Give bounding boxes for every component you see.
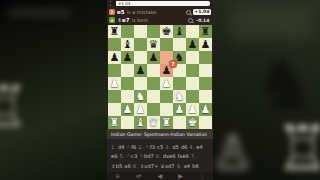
square-a1[interactable]: ♜ xyxy=(108,116,121,129)
piece-P[interactable]: ♟ xyxy=(173,103,186,116)
square-g7[interactable]: ♟ xyxy=(186,38,199,51)
move-token[interactable]: ♘f3 xyxy=(145,144,155,150)
move-number: 5. xyxy=(120,153,125,159)
square-a4[interactable]: ♟ xyxy=(108,77,121,90)
mistake-badge-icon: ? xyxy=(109,9,115,15)
square-c6[interactable] xyxy=(134,51,147,64)
move-list[interactable]: 1.d4♘f62.♘f3c53.d5d64.e4e65.♘c3♘bd76.dxe… xyxy=(107,139,213,172)
piece-b[interactable]: ♝ xyxy=(121,38,134,51)
piece-k[interactable]: ♚ xyxy=(160,25,173,38)
flip-board-icon[interactable]: ⇄ xyxy=(136,172,141,180)
move-token[interactable]: fxe6 xyxy=(177,153,188,159)
piece-N[interactable]: ♞ xyxy=(134,90,147,103)
move-token[interactable]: dxe6 xyxy=(163,153,176,159)
square-a2[interactable] xyxy=(108,103,121,116)
blur-smudge xyxy=(8,10,70,16)
more-icon[interactable]: ⋮ xyxy=(199,172,205,180)
move-token[interactable]: e4 xyxy=(196,144,203,150)
square-b4[interactable] xyxy=(121,77,134,90)
move-number: 3. xyxy=(165,144,170,150)
square-b1[interactable] xyxy=(121,116,134,129)
square-a3[interactable] xyxy=(108,90,121,103)
square-f2[interactable]: ♟ xyxy=(173,103,186,116)
piece-B[interactable]: ♝ xyxy=(134,116,147,129)
square-g2[interactable]: ♟ xyxy=(186,103,199,116)
square-d3[interactable] xyxy=(147,90,160,103)
square-a6[interactable]: ♟ xyxy=(108,51,121,64)
move-number: 7. xyxy=(191,153,196,159)
square-d2[interactable] xyxy=(147,103,160,116)
square-d4[interactable] xyxy=(147,77,160,90)
square-e4[interactable]: ♟ xyxy=(160,77,173,90)
square-h1[interactable] xyxy=(199,116,212,129)
square-d6[interactable]: ♟ xyxy=(147,51,160,64)
square-e2[interactable] xyxy=(160,103,173,116)
prev-move-icon[interactable]: ◀ xyxy=(157,172,162,180)
square-g6[interactable] xyxy=(186,51,199,64)
bottom-toolbar: ≡⇄◀▶⋮ xyxy=(107,172,213,180)
right-letterbox: ♞ ♖ ♙ xyxy=(213,0,320,180)
opening-name: Indian Game: Spielmann-Indian Variation xyxy=(107,132,207,137)
square-g3[interactable] xyxy=(186,90,199,103)
square-b5[interactable] xyxy=(121,64,134,77)
square-h5[interactable] xyxy=(199,64,212,77)
feedback-row-mistake[interactable]: ? e5 is a mistake +1.04 xyxy=(109,8,211,16)
eval-value: -0.14 xyxy=(195,18,211,23)
left-letterbox: ♖ xyxy=(0,0,107,180)
move-token[interactable]: d5 xyxy=(172,144,179,150)
eval-value: +1.04 xyxy=(193,9,211,15)
move-number: 4. xyxy=(189,144,194,150)
square-h2[interactable]: ♟ xyxy=(199,103,212,116)
best-move-badge-icon: ★ xyxy=(109,17,115,23)
piece-q[interactable]: ♛ xyxy=(147,38,160,51)
piece-R[interactable]: ♜ xyxy=(108,116,121,129)
move-token[interactable]: ♘bd7 xyxy=(139,153,154,159)
piece-Q[interactable]: ♛ xyxy=(147,116,160,129)
feedback-move: e5 xyxy=(117,9,125,15)
square-g5[interactable] xyxy=(186,64,199,77)
chess-board[interactable]: ♜♚♝♜♝♛♟♟♟♟♟♞♟♟♟♟♞♞♟♟♟♟♟♜♝♛♜♚ xyxy=(108,25,212,129)
background-rook-icon: ♖ xyxy=(275,118,320,180)
move-number: 2. xyxy=(138,144,143,150)
move-token[interactable]: c5 xyxy=(157,144,163,150)
square-f7[interactable] xyxy=(173,38,186,51)
square-c2[interactable]: ♟ xyxy=(134,103,147,116)
piece-P[interactable]: ♟ xyxy=(186,103,199,116)
next-move-icon[interactable]: ▶ xyxy=(178,172,183,180)
piece-P[interactable]: ♟ xyxy=(108,77,121,90)
feedback-comment: is a mistake xyxy=(127,9,186,15)
piece-p[interactable]: ♟ xyxy=(121,51,134,64)
move-token[interactable]: a6 xyxy=(124,163,130,169)
move-token[interactable]: d4 xyxy=(118,144,125,150)
square-b2[interactable]: ♟ xyxy=(121,103,134,116)
square-b3[interactable] xyxy=(121,90,134,103)
screenshot: ♖ ♞ ♖ ♙ +1.04 ? e5 is a mistake +1.04 ★ … xyxy=(0,0,320,180)
move-number: 6. xyxy=(156,153,161,159)
magnifier-icon[interactable] xyxy=(186,10,191,15)
move-token[interactable]: ♕xd7 xyxy=(160,163,174,169)
square-d8[interactable] xyxy=(147,25,160,38)
square-c7[interactable] xyxy=(134,38,147,51)
piece-b[interactable]: ♝ xyxy=(173,25,186,38)
square-b7[interactable]: ♝ xyxy=(121,38,134,51)
move-token[interactable]: ♗xd7+ xyxy=(140,163,159,169)
eval-gauge-black-segment xyxy=(110,1,116,6)
eval-gauge: +1.04 xyxy=(110,1,210,6)
square-c3[interactable]: ♞ xyxy=(134,90,147,103)
square-h3[interactable] xyxy=(199,90,212,103)
piece-r[interactable]: ♜ xyxy=(108,25,121,38)
square-c4[interactable] xyxy=(134,77,147,90)
move-token[interactable]: e6 xyxy=(111,153,118,159)
square-h8[interactable]: ♜ xyxy=(199,25,212,38)
blur-smudge xyxy=(231,6,311,40)
square-b8[interactable] xyxy=(121,25,134,38)
piece-K[interactable]: ♚ xyxy=(186,116,199,129)
square-d7[interactable]: ♛ xyxy=(147,38,160,51)
piece-p[interactable]: ♟ xyxy=(108,51,121,64)
piece-R[interactable]: ♜ xyxy=(160,116,173,129)
piece-r[interactable]: ♜ xyxy=(199,25,212,38)
square-f4[interactable] xyxy=(173,77,186,90)
move-token[interactable]: ♘f6 xyxy=(127,144,137,150)
square-a8[interactable]: ♜ xyxy=(108,25,121,38)
mistake-annotation-icon: ? xyxy=(169,60,177,68)
square-g8[interactable] xyxy=(186,25,199,38)
piece-P[interactable]: ♟ xyxy=(121,103,134,116)
piece-p[interactable]: ♟ xyxy=(186,38,199,51)
background-pawn-icon: ♙ xyxy=(213,128,254,176)
analysis-app: +1.04 ? e5 is a mistake +1.04 ★ ♗e7 is b… xyxy=(107,0,213,180)
square-g1[interactable]: ♚ xyxy=(186,116,199,129)
square-f3[interactable]: ♞ xyxy=(173,90,186,103)
square-c8[interactable] xyxy=(134,25,147,38)
square-f1[interactable] xyxy=(173,116,186,129)
magnifier-icon[interactable] xyxy=(188,18,193,23)
move-token[interactable]: b6 xyxy=(192,163,199,169)
square-e7[interactable] xyxy=(160,38,173,51)
piece-P[interactable]: ♟ xyxy=(199,103,212,116)
square-c1[interactable]: ♝ xyxy=(134,116,147,129)
piece-p[interactable]: ♟ xyxy=(134,64,147,77)
move-number: 1. xyxy=(111,144,116,150)
feedback-comment: is best xyxy=(132,17,188,23)
move-token[interactable]: a4 xyxy=(184,163,190,169)
square-h4[interactable] xyxy=(199,77,212,90)
square-h7[interactable]: ♟ xyxy=(199,38,212,51)
square-b6[interactable]: ♟ xyxy=(121,51,134,64)
square-a7[interactable] xyxy=(108,38,121,51)
piece-P[interactable]: ♟ xyxy=(160,77,173,90)
square-d5[interactable] xyxy=(147,64,160,77)
background-knight-icon: ♞ xyxy=(253,48,318,120)
square-e8[interactable]: ♚ xyxy=(160,25,173,38)
move-token[interactable]: ♘c3 xyxy=(126,153,137,159)
move-token[interactable]: ♗b5 xyxy=(111,163,122,169)
square-e3[interactable] xyxy=(160,90,173,103)
eval-gauge-label: +1.04 xyxy=(118,1,130,6)
opening-bar: Indian Game: Spielmann-Indian Variation xyxy=(107,129,213,139)
square-h6[interactable] xyxy=(199,51,212,64)
piece-P[interactable]: ♟ xyxy=(134,103,147,116)
square-f8[interactable]: ♝ xyxy=(173,25,186,38)
piece-N[interactable]: ♞ xyxy=(173,90,186,103)
move-token[interactable]: d6 xyxy=(181,144,188,150)
square-g4[interactable] xyxy=(186,77,199,90)
move-number: 8. xyxy=(133,163,138,169)
move-number: 9. xyxy=(177,163,182,169)
square-c5[interactable]: ♟ xyxy=(134,64,147,77)
feedback-move: ♗e7 xyxy=(117,17,130,23)
square-a5[interactable] xyxy=(108,64,121,77)
menu-icon[interactable]: ≡ xyxy=(115,172,120,180)
piece-p[interactable]: ♟ xyxy=(199,38,212,51)
feedback-row-best[interactable]: ★ ♗e7 is best -0.14 xyxy=(109,16,211,24)
square-d1[interactable]: ♛ xyxy=(147,116,160,129)
square-e1[interactable]: ♜ xyxy=(160,116,173,129)
piece-p[interactable]: ♟ xyxy=(147,51,160,64)
background-rook-icon: ♖ xyxy=(0,78,30,136)
